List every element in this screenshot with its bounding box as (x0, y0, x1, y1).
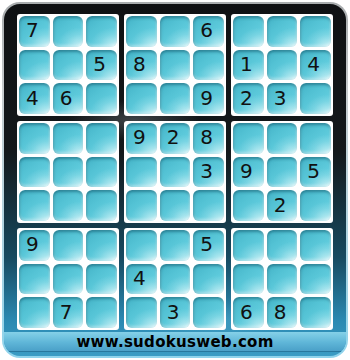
cell-r8c7[interactable] (233, 264, 264, 295)
cell-digit: 5 (307, 159, 320, 183)
cell-digit: 9 (26, 232, 39, 256)
cell-digit: 2 (167, 125, 180, 149)
cell-r6c2[interactable] (53, 190, 84, 221)
box-3-1: 97 (17, 228, 119, 330)
cell-r1c7[interactable] (233, 16, 264, 47)
page: 7546689142392839529754368 www.sudokusweb… (0, 0, 350, 360)
cell-r7c7[interactable] (233, 230, 264, 261)
cell-r6c6[interactable] (193, 190, 224, 221)
cell-r1c5[interactable] (160, 16, 191, 47)
cell-r8c1[interactable] (19, 264, 50, 295)
cell-digit: 4 (133, 266, 146, 290)
cell-r5c2[interactable] (53, 157, 84, 188)
cell-r9c3[interactable] (86, 297, 117, 328)
cell-r1c2[interactable] (53, 16, 84, 47)
cell-r9c9[interactable] (300, 297, 331, 328)
cell-r1c3[interactable] (86, 16, 117, 47)
cell-r7c5[interactable] (160, 230, 191, 261)
cell-r3c7[interactable]: 2 (233, 83, 264, 114)
cell-r2c5[interactable] (160, 50, 191, 81)
cell-r7c1[interactable]: 9 (19, 230, 50, 261)
box-1-3: 1423 (231, 14, 333, 116)
box-3-3: 68 (231, 228, 333, 330)
cell-r7c3[interactable] (86, 230, 117, 261)
cell-r2c1[interactable] (19, 50, 50, 81)
cell-r5c8[interactable] (267, 157, 298, 188)
box-2-3: 952 (231, 121, 333, 223)
cell-digit: 8 (200, 125, 213, 149)
box-1-2: 689 (124, 14, 226, 116)
cell-r5c5[interactable] (160, 157, 191, 188)
cell-digit: 5 (200, 232, 213, 256)
cell-r8c8[interactable] (267, 264, 298, 295)
cell-r7c9[interactable] (300, 230, 331, 261)
cell-r2c3[interactable]: 5 (86, 50, 117, 81)
cell-r3c8[interactable]: 3 (267, 83, 298, 114)
cell-r2c9[interactable]: 4 (300, 50, 331, 81)
cell-r3c2[interactable]: 6 (53, 83, 84, 114)
cell-r3c3[interactable] (86, 83, 117, 114)
box-1-1: 7546 (17, 14, 119, 116)
cell-r2c7[interactable]: 1 (233, 50, 264, 81)
cell-r9c7[interactable]: 6 (233, 297, 264, 328)
cell-r8c3[interactable] (86, 264, 117, 295)
cell-digit: 9 (240, 159, 253, 183)
cell-r3c4[interactable] (126, 83, 157, 114)
cell-digit: 9 (200, 86, 213, 110)
cell-r2c2[interactable] (53, 50, 84, 81)
cell-digit: 6 (200, 18, 213, 42)
cell-r7c6[interactable]: 5 (193, 230, 224, 261)
cell-r5c7[interactable]: 9 (233, 157, 264, 188)
cell-r9c4[interactable] (126, 297, 157, 328)
cell-digit: 2 (274, 193, 287, 217)
cell-digit: 5 (93, 52, 106, 76)
cell-r6c7[interactable] (233, 190, 264, 221)
cell-r9c5[interactable]: 3 (160, 297, 191, 328)
cell-r5c4[interactable] (126, 157, 157, 188)
cell-digit: 6 (240, 300, 253, 324)
cell-r5c3[interactable] (86, 157, 117, 188)
cell-digit: 6 (60, 86, 73, 110)
board-background: 7546689142392839529754368 www.sudokusweb… (4, 4, 346, 356)
cell-r4c5[interactable]: 2 (160, 123, 191, 154)
cell-r2c8[interactable] (267, 50, 298, 81)
cell-r9c6[interactable] (193, 297, 224, 328)
cell-r4c9[interactable] (300, 123, 331, 154)
cell-r4c7[interactable] (233, 123, 264, 154)
cell-digit: 8 (274, 300, 287, 324)
cell-r5c9[interactable]: 5 (300, 157, 331, 188)
cell-r3c5[interactable] (160, 83, 191, 114)
cell-r1c1[interactable]: 7 (19, 16, 50, 47)
cell-r9c1[interactable] (19, 297, 50, 328)
cell-r4c6[interactable]: 8 (193, 123, 224, 154)
box-3-2: 543 (124, 228, 226, 330)
cell-digit: 2 (240, 86, 253, 110)
cell-r7c8[interactable] (267, 230, 298, 261)
cell-r1c4[interactable] (126, 16, 157, 47)
cell-r8c9[interactable] (300, 264, 331, 295)
cell-r4c8[interactable] (267, 123, 298, 154)
cell-digit: 3 (167, 300, 180, 324)
cell-digit: 9 (133, 125, 146, 149)
cell-digit: 7 (60, 300, 73, 324)
cell-r7c4[interactable] (126, 230, 157, 261)
sudoku-board: 7546689142392839529754368 (17, 14, 333, 330)
cell-r1c8[interactable] (267, 16, 298, 47)
cell-digit: 3 (274, 86, 287, 110)
cell-r4c2[interactable] (53, 123, 84, 154)
cell-r9c2[interactable]: 7 (53, 297, 84, 328)
cell-digit: 4 (26, 86, 39, 110)
cell-r2c6[interactable] (193, 50, 224, 81)
cell-r8c5[interactable] (160, 264, 191, 295)
cell-r4c1[interactable] (19, 123, 50, 154)
cell-r4c4[interactable]: 9 (126, 123, 157, 154)
cell-r6c5[interactable] (160, 190, 191, 221)
cell-r8c2[interactable] (53, 264, 84, 295)
cell-r6c8[interactable]: 2 (267, 190, 298, 221)
cell-r3c9[interactable] (300, 83, 331, 114)
website-link[interactable]: www.sudokusweb.com (76, 333, 273, 351)
cell-r1c9[interactable] (300, 16, 331, 47)
cell-r3c1[interactable]: 4 (19, 83, 50, 114)
cell-r8c6[interactable] (193, 264, 224, 295)
cell-r4c3[interactable] (86, 123, 117, 154)
cell-digit: 4 (307, 52, 320, 76)
cell-r6c1[interactable] (19, 190, 50, 221)
cell-r5c6[interactable]: 3 (193, 157, 224, 188)
cell-r6c4[interactable] (126, 190, 157, 221)
board-frame: 7546689142392839529754368 www.sudokusweb… (2, 2, 348, 358)
cell-r1c6[interactable]: 6 (193, 16, 224, 47)
cell-r8c4[interactable]: 4 (126, 264, 157, 295)
cell-r9c8[interactable]: 8 (267, 297, 298, 328)
cell-digit: 7 (26, 18, 39, 42)
cell-r5c1[interactable] (19, 157, 50, 188)
cell-r6c9[interactable] (300, 190, 331, 221)
cell-r6c3[interactable] (86, 190, 117, 221)
cell-digit: 3 (200, 159, 213, 183)
box-2-1 (17, 121, 119, 223)
cell-digit: 1 (240, 52, 253, 76)
box-2-2: 9283 (124, 121, 226, 223)
cell-r2c4[interactable]: 8 (126, 50, 157, 81)
footer-bar: www.sudokusweb.com (4, 332, 346, 352)
cell-r3c6[interactable]: 9 (193, 83, 224, 114)
cell-r7c2[interactable] (53, 230, 84, 261)
cell-digit: 8 (133, 52, 146, 76)
